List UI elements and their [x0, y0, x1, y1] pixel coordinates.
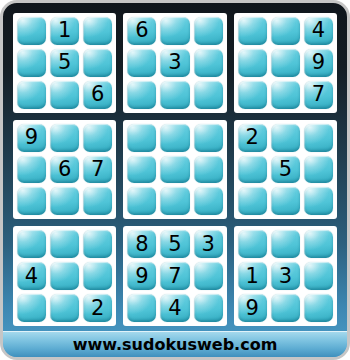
cell-r5c3[interactable]: 7: [83, 156, 112, 184]
cell-r6c1[interactable]: [17, 187, 46, 215]
cell-r6c7[interactable]: [238, 187, 267, 215]
cell-r9c9[interactable]: [304, 294, 333, 322]
cell-r2c1[interactable]: [17, 49, 46, 77]
cell-r2c5[interactable]: 3: [160, 49, 189, 77]
cell-r1c3[interactable]: [83, 17, 112, 45]
sudoku-board: 156634979672542853974139: [13, 13, 337, 326]
cell-r3c3[interactable]: 6: [83, 81, 112, 109]
cell-r5c7[interactable]: [238, 156, 267, 184]
cell-r9c3[interactable]: 2: [83, 294, 112, 322]
cell-r1c6[interactable]: [194, 17, 223, 45]
sudoku-widget: 156634979672542853974139 www.sudokusweb.…: [0, 0, 350, 360]
cell-r3c5[interactable]: [160, 81, 189, 109]
footer-bar: www.sudokusweb.com: [3, 331, 347, 357]
cell-r9c7[interactable]: 9: [238, 294, 267, 322]
cell-r2c2[interactable]: 5: [50, 49, 79, 77]
cell-r3c2[interactable]: [50, 81, 79, 109]
box-1: 156: [13, 13, 116, 113]
cell-r4c7[interactable]: 2: [238, 124, 267, 152]
cell-r3c7[interactable]: [238, 81, 267, 109]
cell-r7c8[interactable]: [271, 230, 300, 258]
cell-r9c4[interactable]: [127, 294, 156, 322]
cell-r8c5[interactable]: 7: [160, 262, 189, 290]
cell-r9c1[interactable]: [17, 294, 46, 322]
cell-r6c5[interactable]: [160, 187, 189, 215]
cell-r7c2[interactable]: [50, 230, 79, 258]
cell-r4c6[interactable]: [194, 124, 223, 152]
cell-r6c3[interactable]: [83, 187, 112, 215]
cell-r4c1[interactable]: 9: [17, 124, 46, 152]
cell-r6c9[interactable]: [304, 187, 333, 215]
cell-r3c1[interactable]: [17, 81, 46, 109]
cell-r8c1[interactable]: 4: [17, 262, 46, 290]
cell-r3c8[interactable]: [271, 81, 300, 109]
box-3: 497: [234, 13, 337, 113]
cell-r6c2[interactable]: [50, 187, 79, 215]
box-4: 967: [13, 120, 116, 220]
cell-r7c4[interactable]: 8: [127, 230, 156, 258]
cell-r5c8[interactable]: 5: [271, 156, 300, 184]
box-6: 25: [234, 120, 337, 220]
cell-r1c1[interactable]: [17, 17, 46, 45]
cell-r2c7[interactable]: [238, 49, 267, 77]
cell-r5c1[interactable]: [17, 156, 46, 184]
cell-r7c9[interactable]: [304, 230, 333, 258]
cell-r9c8[interactable]: [271, 294, 300, 322]
cell-r5c4[interactable]: [127, 156, 156, 184]
cell-r2c4[interactable]: [127, 49, 156, 77]
cell-r3c4[interactable]: [127, 81, 156, 109]
cell-r6c8[interactable]: [271, 187, 300, 215]
cell-r7c7[interactable]: [238, 230, 267, 258]
cell-r2c9[interactable]: 9: [304, 49, 333, 77]
cell-r1c7[interactable]: [238, 17, 267, 45]
box-7: 42: [13, 226, 116, 326]
cell-r1c8[interactable]: [271, 17, 300, 45]
cell-r2c3[interactable]: [83, 49, 112, 77]
cell-r8c3[interactable]: [83, 262, 112, 290]
cell-r4c4[interactable]: [127, 124, 156, 152]
box-9: 139: [234, 226, 337, 326]
cell-r4c5[interactable]: [160, 124, 189, 152]
cell-r3c6[interactable]: [194, 81, 223, 109]
cell-r4c3[interactable]: [83, 124, 112, 152]
site-url: www.sudokusweb.com: [73, 335, 278, 354]
cell-r4c2[interactable]: [50, 124, 79, 152]
cell-r1c9[interactable]: 4: [304, 17, 333, 45]
cell-r4c8[interactable]: [271, 124, 300, 152]
cell-r9c6[interactable]: [194, 294, 223, 322]
cell-r4c9[interactable]: [304, 124, 333, 152]
cell-r7c1[interactable]: [17, 230, 46, 258]
cell-r8c2[interactable]: [50, 262, 79, 290]
cell-r5c5[interactable]: [160, 156, 189, 184]
cell-r6c6[interactable]: [194, 187, 223, 215]
box-5: [123, 120, 226, 220]
cell-r3c9[interactable]: 7: [304, 81, 333, 109]
cell-r8c7[interactable]: 1: [238, 262, 267, 290]
box-2: 63: [123, 13, 226, 113]
cell-r1c5[interactable]: [160, 17, 189, 45]
box-8: 853974: [123, 226, 226, 326]
cell-r5c2[interactable]: 6: [50, 156, 79, 184]
cell-r9c5[interactable]: 4: [160, 294, 189, 322]
cell-r6c4[interactable]: [127, 187, 156, 215]
cell-r5c6[interactable]: [194, 156, 223, 184]
cell-r5c9[interactable]: [304, 156, 333, 184]
cell-r2c6[interactable]: [194, 49, 223, 77]
cell-r1c4[interactable]: 6: [127, 17, 156, 45]
cell-r8c6[interactable]: [194, 262, 223, 290]
cell-r8c4[interactable]: 9: [127, 262, 156, 290]
cell-r8c8[interactable]: 3: [271, 262, 300, 290]
cell-r7c3[interactable]: [83, 230, 112, 258]
cell-r2c8[interactable]: [271, 49, 300, 77]
cell-r1c2[interactable]: 1: [50, 17, 79, 45]
cell-r9c2[interactable]: [50, 294, 79, 322]
cell-r8c9[interactable]: [304, 262, 333, 290]
cell-r7c6[interactable]: 3: [194, 230, 223, 258]
cell-r7c5[interactable]: 5: [160, 230, 189, 258]
